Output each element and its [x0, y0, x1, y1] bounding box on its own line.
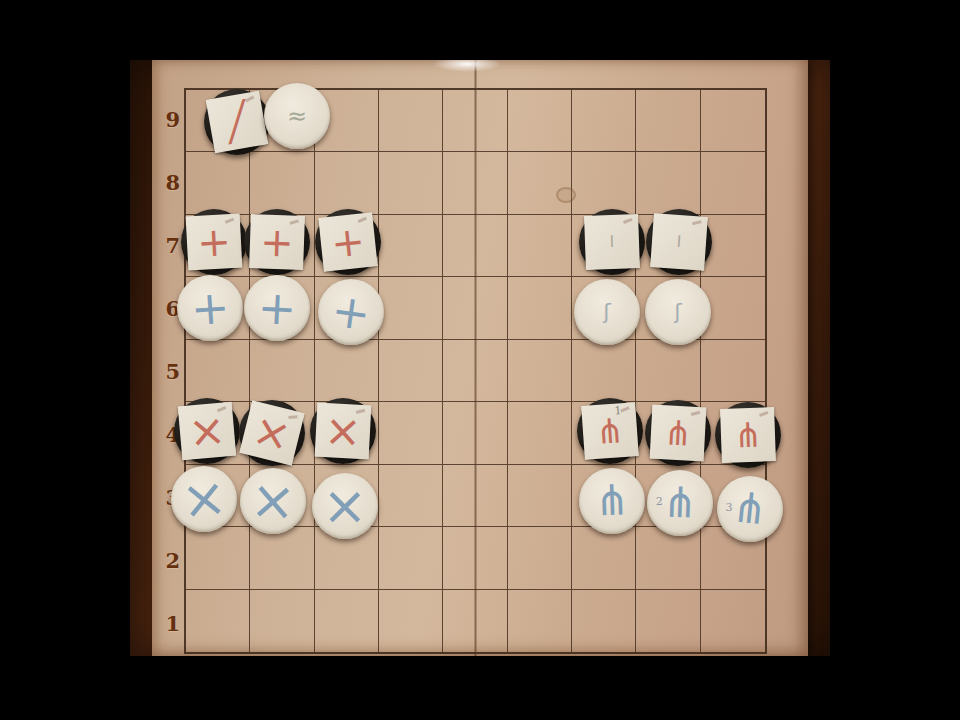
cross-symbol-icon: × [323, 408, 362, 454]
symbol-wrap: × [168, 462, 241, 535]
piece-black-cross-f3r4[interactable]: × [310, 398, 376, 464]
cell [572, 340, 636, 402]
cell [701, 90, 765, 152]
symbol-wrap: ⋔ [713, 472, 786, 545]
piece-white-cross-f1r3[interactable]: × [171, 466, 237, 532]
cell [379, 277, 443, 339]
cross-symbol-icon: × [322, 479, 367, 533]
cell [379, 590, 443, 652]
cell [379, 465, 443, 527]
piece-black-fan-f7r4[interactable]: ⋔1 [577, 398, 643, 464]
fan-symbol-icon: ⋔ [594, 479, 631, 522]
cell [250, 527, 314, 589]
cell [250, 340, 314, 402]
piece-number-tag: 3 [726, 502, 733, 513]
fan-symbol-icon: ⋔ [595, 413, 626, 449]
fan-symbol-icon: ⋔ [730, 486, 769, 531]
board-photo: 987654321 ╱≈++++++××××××IIʃʃ⋔1⋔⋔⋔⋔2⋔3 [130, 60, 830, 656]
paper-label: × [315, 402, 372, 459]
hook-symbol-icon: ʃ [603, 301, 610, 323]
scribble-symbol-icon: ≈ [287, 104, 307, 128]
symbol-wrap: ≈ [264, 83, 330, 149]
cell [250, 590, 314, 652]
cell [186, 340, 250, 402]
piece-black-fan-f9r4[interactable]: ⋔ [715, 402, 781, 468]
cell [379, 152, 443, 214]
screenshot-stage: 987654321 ╱≈++++++××××××IIʃʃ⋔1⋔⋔⋔⋔2⋔3 [0, 0, 960, 720]
symbol-wrap: + [175, 273, 245, 343]
cell [379, 402, 443, 464]
piece-white-cross-f3r3[interactable]: × [312, 473, 378, 539]
piece-number-tag: 2 [656, 496, 663, 507]
cell [508, 465, 572, 527]
paper-label: ⋔ [649, 404, 706, 461]
cell [636, 152, 700, 214]
slash-symbol-icon: ╱ [224, 103, 252, 142]
cell [315, 152, 379, 214]
plus-symbol-icon: + [329, 221, 367, 264]
fan-symbol-icon: ⋔ [733, 417, 763, 452]
cell [379, 215, 443, 277]
cell [315, 340, 379, 402]
piece-number-tag: 1 [614, 405, 622, 416]
cell [186, 527, 250, 589]
cell [572, 90, 636, 152]
cross-symbol-icon: × [187, 407, 228, 454]
cell [379, 90, 443, 152]
piece-white-hook-f7r6[interactable]: ʃ [574, 279, 640, 345]
rank-label-2: 2 [154, 548, 180, 573]
piece-black-cross-f2r4[interactable]: × [239, 400, 305, 466]
bar-symbol-icon: I [609, 234, 614, 250]
fan-symbol-icon: ⋔ [663, 415, 693, 450]
paper-label: + [186, 214, 243, 271]
piece-white-fan-f8r3[interactable]: ⋔2 [647, 470, 713, 536]
paper-label: + [318, 213, 377, 272]
piece-black-fan-f8r4[interactable]: ⋔ [645, 400, 711, 466]
piece-white-fan-f7r3[interactable]: ⋔ [579, 468, 645, 534]
rank-label-8: 8 [154, 170, 180, 195]
paper-label: I [650, 213, 708, 271]
cell [701, 152, 765, 214]
cell [379, 340, 443, 402]
cell [508, 152, 572, 214]
piece-black-plus-f2r7[interactable]: + [244, 209, 310, 275]
cell [636, 527, 700, 589]
rank-label-9: 9 [154, 107, 180, 132]
plus-symbol-icon: + [190, 284, 232, 333]
bar-symbol-icon: I [676, 234, 682, 250]
paper-label: + [249, 214, 305, 270]
paper-label: ╱ [206, 91, 269, 154]
cell [315, 590, 379, 652]
paper-label: ⋔1 [581, 402, 639, 460]
piece-white-plus-f1r6[interactable]: + [177, 275, 243, 341]
plus-symbol-icon: + [260, 222, 295, 263]
piece-black-plus-f1r7[interactable]: + [181, 209, 247, 275]
symbol-wrap: × [312, 473, 378, 539]
cell [186, 152, 250, 214]
piece-white-hook-f8r6[interactable]: ʃ [645, 279, 711, 345]
cell [508, 340, 572, 402]
symbol-wrap: × [238, 466, 308, 536]
piece-black-plus-f3r7[interactable]: + [315, 209, 381, 275]
cell [572, 152, 636, 214]
plus-symbol-icon: + [197, 221, 233, 263]
cross-symbol-icon: × [179, 470, 230, 528]
symbol-wrap: + [314, 275, 389, 350]
cell [636, 90, 700, 152]
rank-label-5: 5 [154, 359, 180, 384]
cell [572, 590, 636, 652]
cell [701, 590, 765, 652]
symbol-wrap: ʃ [645, 279, 711, 345]
board-blemish-spot [556, 187, 576, 203]
symbol-wrap: + [242, 273, 311, 342]
light-glint [432, 60, 502, 72]
board-fold-seam [474, 60, 477, 656]
piece-white-plus-f3r6[interactable]: + [318, 279, 384, 345]
paper-label: × [178, 402, 237, 461]
piece-white-cross-f2r3[interactable]: × [240, 468, 306, 534]
piece-black-bar-f8r7[interactable]: I [646, 209, 712, 275]
rank-label-1: 1 [154, 611, 180, 636]
paper-label: ⋔ [720, 407, 776, 463]
paper-label: × [239, 400, 304, 465]
cell [508, 215, 572, 277]
cell [636, 590, 700, 652]
cell [508, 90, 572, 152]
cross-symbol-icon: × [249, 472, 298, 529]
fan-symbol-icon: ⋔ [661, 481, 698, 524]
piece-white-scribble-f2r9[interactable]: ≈ [264, 83, 330, 149]
piece-black-bar-f7r7[interactable]: I [579, 209, 645, 275]
cell [186, 590, 250, 652]
game-board: 987654321 ╱≈++++++××××××IIʃʃ⋔1⋔⋔⋔⋔2⋔3 [152, 60, 808, 656]
symbol-wrap: ⋔ [578, 467, 646, 535]
plus-symbol-icon: + [257, 284, 298, 332]
piece-white-plus-f2r6[interactable]: + [244, 275, 310, 341]
symbol-wrap: ʃ [574, 279, 640, 345]
paper-label: I [584, 214, 640, 270]
cell [250, 152, 314, 214]
cell [379, 527, 443, 589]
rank-label-7: 7 [154, 233, 180, 258]
cell [636, 340, 700, 402]
plus-symbol-icon: + [329, 287, 374, 338]
cell [508, 402, 572, 464]
cell [508, 590, 572, 652]
cross-symbol-icon: × [249, 407, 295, 459]
cell [701, 340, 765, 402]
cell [508, 527, 572, 589]
hook-symbol-icon: ʃ [674, 301, 681, 323]
cell [508, 277, 572, 339]
piece-black-cross-f1r4[interactable]: × [174, 398, 240, 464]
piece-white-fan-f9r3[interactable]: ⋔3 [717, 476, 783, 542]
cell [572, 527, 636, 589]
